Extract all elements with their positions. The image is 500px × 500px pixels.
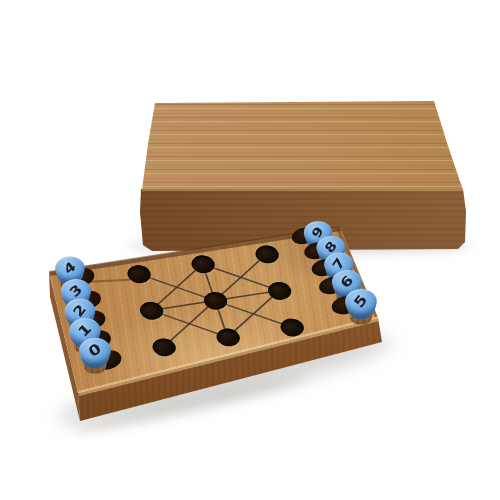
board-hole-SW[interactable]: [149, 337, 177, 358]
board-hole-NE[interactable]: [252, 244, 280, 265]
peg-cap-top: 5: [345, 289, 377, 314]
board-hole-E[interactable]: [265, 280, 293, 301]
board-hole-NW[interactable]: [124, 263, 152, 284]
peg-0[interactable]: 0: [79, 338, 111, 385]
peg-5[interactable]: 5: [345, 289, 377, 335]
scene: 4321098765: [0, 0, 500, 500]
peg-number: 5: [343, 283, 379, 321]
board-hole-C[interactable]: [201, 290, 229, 311]
board-hole-SE[interactable]: [277, 317, 305, 338]
board-hole-N[interactable]: [188, 254, 216, 275]
board-hole-W[interactable]: [137, 300, 165, 321]
board-hole-S[interactable]: [213, 327, 241, 348]
peg-cap-top: 0: [79, 338, 111, 363]
